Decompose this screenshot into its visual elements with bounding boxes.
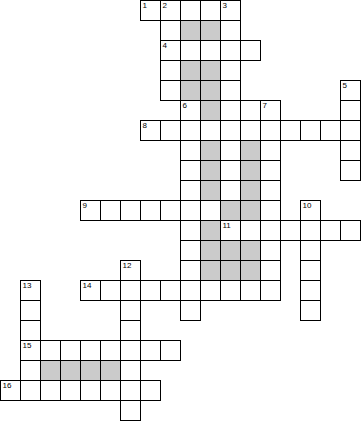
grid-cell[interactable] — [320, 120, 341, 141]
grid-cell[interactable] — [220, 160, 241, 181]
grid-cell[interactable] — [160, 20, 181, 41]
grid-cell[interactable] — [220, 80, 241, 101]
clue-number: 15 — [23, 341, 32, 350]
grid-cell[interactable] — [300, 220, 321, 241]
grid-cell-shaded[interactable] — [60, 360, 81, 381]
clue-number: 8 — [143, 121, 147, 130]
grid-cell[interactable]: 6 — [180, 100, 201, 121]
grid-cell[interactable] — [280, 220, 301, 241]
grid-cell[interactable] — [180, 300, 201, 321]
grid-cell[interactable] — [180, 0, 201, 21]
grid-cell[interactable]: 3 — [220, 0, 241, 21]
clue-number: 2 — [163, 1, 167, 10]
grid-cell[interactable] — [80, 380, 101, 401]
grid-cell[interactable] — [100, 340, 121, 361]
grid-cell[interactable] — [20, 380, 41, 401]
grid-cell[interactable] — [120, 280, 141, 301]
grid-cell-shaded[interactable] — [220, 240, 241, 261]
grid-cell[interactable] — [140, 280, 161, 301]
grid-cell[interactable]: 5 — [340, 80, 361, 101]
grid-cell[interactable] — [300, 300, 321, 321]
grid-cell[interactable] — [60, 340, 81, 361]
clue-number: 10 — [303, 201, 312, 210]
clue-number: 4 — [163, 41, 167, 50]
grid-cell[interactable] — [240, 120, 261, 141]
grid-cell[interactable] — [200, 40, 221, 61]
grid-cell[interactable] — [100, 380, 121, 401]
grid-cell[interactable] — [260, 220, 281, 241]
grid-cell[interactable] — [60, 380, 81, 401]
grid-cell-shaded[interactable] — [200, 220, 221, 241]
grid-cell[interactable] — [220, 140, 241, 161]
grid-cell-shaded[interactable] — [200, 80, 221, 101]
grid-cell[interactable] — [260, 240, 281, 261]
grid-cell-shaded[interactable] — [200, 260, 221, 281]
grid-cell[interactable] — [180, 180, 201, 201]
grid-cell[interactable] — [40, 340, 61, 361]
grid-cell-shaded[interactable] — [240, 240, 261, 261]
grid-cell[interactable] — [260, 160, 281, 181]
grid-cell[interactable] — [260, 140, 281, 161]
grid-cell[interactable] — [220, 120, 241, 141]
grid-cell[interactable] — [160, 280, 181, 301]
grid-cell[interactable] — [340, 160, 361, 181]
grid-cell[interactable] — [200, 0, 221, 21]
grid-cell-shaded[interactable] — [180, 60, 201, 81]
grid-cell[interactable] — [200, 120, 221, 141]
grid-cell[interactable]: 14 — [80, 280, 101, 301]
grid-cell[interactable] — [280, 120, 301, 141]
grid-cell-shaded[interactable] — [180, 20, 201, 41]
grid-cell[interactable] — [260, 260, 281, 281]
crossword-board: 12345678910111213141516 — [0, 0, 361, 421]
grid-cell-shaded[interactable] — [200, 20, 221, 41]
grid-cell[interactable] — [180, 40, 201, 61]
grid-cell[interactable] — [240, 40, 261, 61]
grid-cell[interactable] — [220, 40, 241, 61]
grid-cell-shaded[interactable] — [240, 200, 261, 221]
grid-cell[interactable] — [180, 260, 201, 281]
grid-cell[interactable] — [120, 300, 141, 321]
grid-cell-shaded[interactable] — [180, 80, 201, 101]
grid-cell[interactable] — [220, 280, 241, 301]
clue-number: 5 — [343, 81, 347, 90]
grid-cell-shaded[interactable] — [100, 360, 121, 381]
grid-cell[interactable] — [120, 360, 141, 381]
grid-cell[interactable] — [340, 100, 361, 121]
grid-cell[interactable] — [180, 120, 201, 141]
grid-cell[interactable] — [120, 200, 141, 221]
grid-cell[interactable] — [160, 200, 181, 221]
grid-cell[interactable] — [260, 120, 281, 141]
grid-cell[interactable] — [300, 280, 321, 301]
grid-cell-shaded[interactable] — [200, 60, 221, 81]
grid-cell-shaded[interactable] — [240, 260, 261, 281]
grid-cell[interactable]: 16 — [0, 380, 21, 401]
grid-cell[interactable] — [180, 160, 201, 181]
grid-cell-shaded[interactable] — [80, 360, 101, 381]
grid-cell[interactable] — [40, 380, 61, 401]
grid-cell[interactable] — [220, 60, 241, 81]
grid-cell[interactable] — [20, 320, 41, 341]
grid-cell[interactable] — [120, 400, 141, 421]
grid-cell[interactable] — [20, 300, 41, 321]
grid-cell[interactable] — [140, 380, 161, 401]
grid-cell-shaded[interactable] — [220, 200, 241, 221]
grid-cell[interactable] — [80, 340, 101, 361]
grid-cell[interactable] — [100, 280, 121, 301]
grid-cell[interactable] — [240, 280, 261, 301]
grid-cell[interactable] — [160, 120, 181, 141]
grid-cell[interactable] — [260, 200, 281, 221]
grid-cell[interactable]: 11 — [220, 220, 241, 241]
grid-cell-shaded[interactable] — [200, 100, 221, 121]
grid-cell[interactable]: 4 — [160, 40, 181, 61]
grid-cell[interactable] — [140, 200, 161, 221]
grid-cell[interactable] — [180, 200, 201, 221]
grid-cell[interactable] — [340, 220, 361, 241]
grid-cell[interactable]: 10 — [300, 200, 321, 221]
clue-number: 3 — [223, 1, 227, 10]
grid-cell-shaded[interactable] — [220, 260, 241, 281]
grid-cell[interactable] — [180, 140, 201, 161]
grid-cell-shaded[interactable] — [240, 160, 261, 181]
clue-number: 16 — [3, 381, 12, 390]
grid-cell[interactable] — [120, 320, 141, 341]
grid-cell-shaded[interactable] — [200, 160, 221, 181]
clue-number: 13 — [23, 281, 32, 290]
grid-cell[interactable] — [200, 280, 221, 301]
clue-number: 9 — [83, 201, 87, 210]
grid-cell[interactable] — [120, 380, 141, 401]
grid-cell[interactable]: 8 — [140, 120, 161, 141]
grid-cell[interactable] — [300, 120, 321, 141]
grid-cell[interactable] — [260, 280, 281, 301]
grid-cell[interactable] — [180, 220, 201, 241]
grid-cell[interactable] — [300, 240, 321, 261]
grid-cell[interactable] — [240, 100, 261, 121]
grid-cell[interactable] — [140, 340, 161, 361]
grid-cell[interactable] — [160, 80, 181, 101]
grid-cell-shaded[interactable] — [200, 140, 221, 161]
grid-cell[interactable] — [220, 100, 241, 121]
grid-cell[interactable] — [340, 140, 361, 161]
grid-cell-shaded[interactable] — [40, 360, 61, 381]
grid-cell-shaded[interactable] — [200, 180, 221, 201]
grid-cell[interactable] — [300, 260, 321, 281]
clue-number: 14 — [83, 281, 92, 290]
grid-cell[interactable]: 9 — [80, 200, 101, 221]
clue-number: 1 — [143, 1, 147, 10]
grid-cell[interactable] — [120, 340, 141, 361]
grid-cell[interactable] — [220, 20, 241, 41]
grid-cell[interactable] — [220, 180, 241, 201]
grid-cell[interactable] — [180, 280, 201, 301]
grid-cell[interactable] — [160, 60, 181, 81]
grid-cell[interactable] — [180, 240, 201, 261]
clue-number: 12 — [123, 261, 132, 270]
grid-cell-shaded[interactable] — [200, 240, 221, 261]
grid-cell-shaded[interactable] — [240, 140, 261, 161]
grid-cell[interactable] — [160, 340, 181, 361]
grid-cell[interactable] — [100, 200, 121, 221]
clue-number: 11 — [223, 221, 231, 230]
grid-cell[interactable] — [340, 120, 361, 141]
grid-cell[interactable] — [200, 200, 221, 221]
clue-number: 6 — [183, 101, 187, 110]
grid-cell[interactable]: 2 — [160, 0, 181, 21]
grid-cell[interactable] — [20, 360, 41, 381]
grid-cell[interactable]: 7 — [260, 100, 281, 121]
grid-cell[interactable]: 1 — [140, 0, 161, 21]
grid-cell[interactable]: 13 — [20, 280, 41, 301]
clue-number: 7 — [263, 101, 267, 110]
grid-cell[interactable] — [240, 220, 261, 241]
grid-cell[interactable]: 15 — [20, 340, 41, 361]
grid-cell-shaded[interactable] — [240, 180, 261, 201]
grid-cell[interactable]: 12 — [120, 260, 141, 281]
grid-cell[interactable] — [320, 220, 341, 241]
grid-cell[interactable] — [260, 180, 281, 201]
